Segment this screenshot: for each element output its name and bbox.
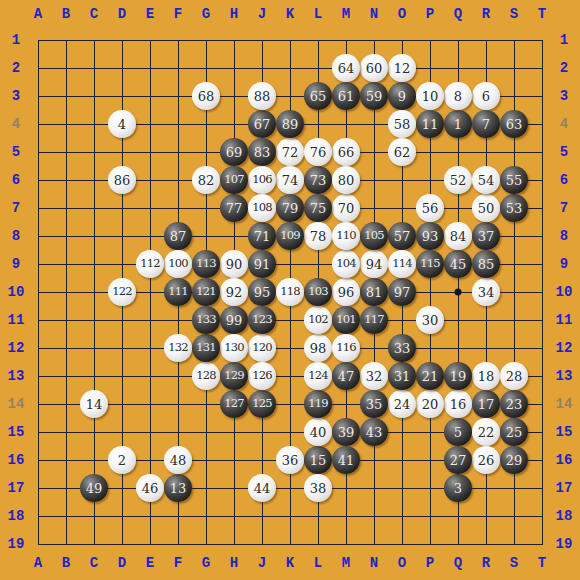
stone-N8[interactable]: 105 [360, 222, 388, 250]
stone-R15[interactable]: 22 [472, 418, 500, 446]
coord-col-F-top: F [174, 7, 182, 21]
stone-M9[interactable]: 104 [332, 250, 360, 278]
stone-number: 15 [310, 454, 327, 467]
stone-number: 64 [338, 62, 355, 75]
coord-row-12-left: 12 [8, 341, 25, 355]
stone-number: 11 [422, 118, 439, 131]
stone-J4[interactable]: 67 [248, 110, 276, 138]
stone-J7[interactable]: 108 [248, 194, 276, 222]
stone-H14[interactable]: 127 [220, 390, 248, 418]
stone-L3[interactable]: 65 [304, 82, 332, 110]
stone-number: 96 [338, 286, 355, 299]
stone-L14[interactable]: 119 [304, 390, 332, 418]
stone-M3[interactable]: 61 [332, 82, 360, 110]
stone-number: 88 [254, 90, 271, 103]
stone-Q8[interactable]: 84 [444, 222, 472, 250]
stone-number: 103 [308, 286, 328, 298]
stone-Q9[interactable]: 45 [444, 250, 472, 278]
coord-col-L-top: L [314, 7, 322, 21]
stone-H6[interactable]: 107 [220, 166, 248, 194]
stone-J13[interactable]: 126 [248, 362, 276, 390]
stone-number: 101 [336, 314, 356, 326]
stone-D4[interactable]: 4 [108, 110, 136, 138]
stone-number: 68 [198, 90, 215, 103]
stone-M15[interactable]: 39 [332, 418, 360, 446]
stone-number: 53 [506, 202, 523, 215]
stone-number: 76 [310, 146, 327, 159]
stone-number: 31 [394, 370, 411, 383]
coord-row-14-left: 14 [8, 397, 25, 411]
stone-number: 118 [280, 286, 300, 298]
stone-S4[interactable]: 63 [500, 110, 528, 138]
stone-number: 61 [338, 90, 355, 103]
coord-col-G-bottom: G [202, 556, 210, 570]
stone-number: 13 [170, 482, 187, 495]
stone-R9[interactable]: 85 [472, 250, 500, 278]
coord-col-P-top: P [426, 7, 434, 21]
stone-N3[interactable]: 59 [360, 82, 388, 110]
stone-number: 117 [364, 314, 384, 326]
stone-number: 63 [506, 118, 523, 131]
stone-number: 78 [310, 230, 327, 243]
stone-number: 66 [338, 146, 355, 159]
stone-number: 133 [196, 314, 216, 326]
stone-number: 86 [114, 174, 131, 187]
stone-number: 121 [196, 286, 216, 298]
stone-number: 111 [168, 286, 188, 298]
coord-row-17-left: 17 [8, 481, 25, 495]
stone-number: 90 [226, 258, 243, 271]
stone-J11[interactable]: 123 [248, 306, 276, 334]
stone-P7[interactable]: 56 [416, 194, 444, 222]
stone-P4[interactable]: 11 [416, 110, 444, 138]
stone-S7[interactable]: 53 [500, 194, 528, 222]
coord-col-B-top: B [62, 7, 70, 21]
coord-col-H-top: H [230, 7, 238, 21]
stone-number: 128 [196, 370, 216, 382]
stone-Q14[interactable]: 16 [444, 390, 472, 418]
stone-O8[interactable]: 57 [388, 222, 416, 250]
stone-number: 1 [454, 118, 462, 131]
stone-K7[interactable]: 79 [276, 194, 304, 222]
coord-row-8-left: 8 [12, 229, 20, 243]
coord-col-Q-top: Q [454, 7, 462, 21]
stone-H11[interactable]: 99 [220, 306, 248, 334]
stone-number: 21 [422, 370, 439, 383]
stone-E9[interactable]: 112 [136, 250, 164, 278]
coord-col-T-top: T [538, 7, 546, 21]
stone-number: 19 [450, 370, 467, 383]
stone-M5[interactable]: 66 [332, 138, 360, 166]
stone-M6[interactable]: 80 [332, 166, 360, 194]
stone-number: 16 [450, 398, 467, 411]
stone-number: 89 [282, 118, 299, 131]
stone-M11[interactable]: 101 [332, 306, 360, 334]
stone-E17[interactable]: 46 [136, 474, 164, 502]
stone-L17[interactable]: 38 [304, 474, 332, 502]
stone-N14[interactable]: 35 [360, 390, 388, 418]
coord-row-10-right: 10 [556, 285, 573, 299]
stone-number: 99 [226, 314, 243, 327]
stone-number: 41 [338, 454, 355, 467]
stone-number: 81 [366, 286, 383, 299]
stone-number: 44 [254, 482, 271, 495]
stone-number: 62 [394, 146, 411, 159]
stone-F17[interactable]: 13 [164, 474, 192, 502]
stone-R16[interactable]: 26 [472, 446, 500, 474]
stone-number: 132 [168, 342, 188, 354]
stone-F9[interactable]: 100 [164, 250, 192, 278]
stone-L11[interactable]: 102 [304, 306, 332, 334]
stone-number: 75 [310, 202, 327, 215]
stone-R14[interactable]: 17 [472, 390, 500, 418]
stone-number: 79 [282, 202, 299, 215]
stone-number: 120 [252, 342, 272, 354]
stone-number: 28 [506, 370, 523, 383]
stone-J12[interactable]: 120 [248, 334, 276, 362]
coord-col-H-bottom: H [230, 556, 238, 570]
stone-number: 123 [252, 314, 272, 326]
coord-col-A-bottom: A [34, 556, 42, 570]
stone-M2[interactable]: 64 [332, 54, 360, 82]
stone-Q13[interactable]: 19 [444, 362, 472, 390]
stone-number: 2 [118, 454, 126, 467]
stone-K8[interactable]: 109 [276, 222, 304, 250]
stone-J3[interactable]: 88 [248, 82, 276, 110]
stone-M10[interactable]: 96 [332, 278, 360, 306]
stone-D6[interactable]: 86 [108, 166, 136, 194]
stone-M8[interactable]: 110 [332, 222, 360, 250]
stone-R8[interactable]: 37 [472, 222, 500, 250]
stone-number: 77 [226, 202, 243, 215]
stone-L8[interactable]: 78 [304, 222, 332, 250]
coord-row-17-right: 17 [556, 481, 573, 495]
stone-number: 108 [252, 202, 272, 214]
coord-row-9-left: 9 [12, 257, 20, 271]
coord-row-1-right: 1 [560, 33, 568, 47]
stone-R7[interactable]: 50 [472, 194, 500, 222]
stone-number: 5 [454, 426, 462, 439]
coord-col-G-top: G [202, 7, 210, 21]
stone-number: 105 [364, 230, 384, 242]
stone-K10[interactable]: 118 [276, 278, 304, 306]
stone-number: 129 [224, 370, 244, 382]
stone-F12[interactable]: 132 [164, 334, 192, 362]
coord-row-6-right: 6 [560, 173, 568, 187]
stone-R10[interactable]: 34 [472, 278, 500, 306]
stone-S15[interactable]: 25 [500, 418, 528, 446]
coord-col-C-bottom: C [90, 556, 98, 570]
stone-G12[interactable]: 131 [192, 334, 220, 362]
stone-M7[interactable]: 70 [332, 194, 360, 222]
stone-number: 100 [168, 258, 188, 270]
stone-Q3[interactable]: 8 [444, 82, 472, 110]
stone-R3[interactable]: 6 [472, 82, 500, 110]
stone-number: 125 [252, 398, 272, 410]
coord-row-19-left: 19 [8, 537, 25, 551]
stone-Q6[interactable]: 52 [444, 166, 472, 194]
stone-S14[interactable]: 23 [500, 390, 528, 418]
stone-O2[interactable]: 12 [388, 54, 416, 82]
stone-number: 65 [310, 90, 327, 103]
stone-number: 74 [282, 174, 299, 187]
coord-col-F-bottom: F [174, 556, 182, 570]
stone-N9[interactable]: 94 [360, 250, 388, 278]
stone-O9[interactable]: 114 [388, 250, 416, 278]
stone-J9[interactable]: 91 [248, 250, 276, 278]
stone-G10[interactable]: 121 [192, 278, 220, 306]
coord-row-19-right: 19 [556, 537, 573, 551]
coord-row-15-right: 15 [556, 425, 573, 439]
stone-number: 43 [366, 426, 383, 439]
stone-H12[interactable]: 130 [220, 334, 248, 362]
stone-N11[interactable]: 117 [360, 306, 388, 334]
stone-number: 80 [338, 174, 355, 187]
coord-row-14-right: 14 [556, 397, 573, 411]
stone-K4[interactable]: 89 [276, 110, 304, 138]
stone-O5[interactable]: 62 [388, 138, 416, 166]
stone-number: 23 [506, 398, 523, 411]
coord-row-10-left: 10 [8, 285, 25, 299]
stone-O3[interactable]: 9 [388, 82, 416, 110]
stone-number: 94 [366, 258, 383, 271]
stone-number: 110 [336, 230, 356, 242]
stone-number: 8 [454, 90, 462, 103]
stone-number: 115 [420, 258, 440, 270]
stone-number: 109 [280, 230, 300, 242]
stone-J8[interactable]: 71 [248, 222, 276, 250]
stone-number: 102 [308, 314, 328, 326]
coord-col-L-bottom: L [314, 556, 322, 570]
stone-number: 6 [482, 90, 490, 103]
stone-P11[interactable]: 30 [416, 306, 444, 334]
stone-J5[interactable]: 83 [248, 138, 276, 166]
stone-number: 69 [226, 146, 243, 159]
stone-number: 34 [478, 286, 495, 299]
stone-number: 27 [450, 454, 467, 467]
coord-col-C-top: C [90, 7, 98, 21]
stone-N10[interactable]: 81 [360, 278, 388, 306]
stone-number: 131 [196, 342, 216, 354]
stone-F8[interactable]: 87 [164, 222, 192, 250]
stone-number: 22 [478, 426, 495, 439]
stone-number: 124 [308, 370, 328, 382]
stone-G6[interactable]: 82 [192, 166, 220, 194]
coord-row-16-right: 16 [556, 453, 573, 467]
stone-H5[interactable]: 69 [220, 138, 248, 166]
stone-number: 50 [478, 202, 495, 215]
stone-N13[interactable]: 32 [360, 362, 388, 390]
coord-col-D-bottom: D [118, 556, 126, 570]
coord-row-15-left: 15 [8, 425, 25, 439]
stone-number: 38 [310, 482, 327, 495]
stone-O14[interactable]: 24 [388, 390, 416, 418]
stone-D16[interactable]: 2 [108, 446, 136, 474]
stone-number: 98 [310, 342, 327, 355]
stone-number: 47 [338, 370, 355, 383]
stone-H7[interactable]: 77 [220, 194, 248, 222]
stone-P13[interactable]: 21 [416, 362, 444, 390]
stone-G11[interactable]: 133 [192, 306, 220, 334]
stone-L15[interactable]: 40 [304, 418, 332, 446]
stone-L5[interactable]: 76 [304, 138, 332, 166]
coord-row-7-left: 7 [12, 201, 20, 215]
coord-col-J-top: J [258, 7, 266, 21]
stone-L7[interactable]: 75 [304, 194, 332, 222]
coord-col-N-top: N [370, 7, 378, 21]
coord-col-A-top: A [34, 7, 42, 21]
stone-J17[interactable]: 44 [248, 474, 276, 502]
stone-M13[interactable]: 47 [332, 362, 360, 390]
stone-L16[interactable]: 15 [304, 446, 332, 474]
stone-H10[interactable]: 92 [220, 278, 248, 306]
coord-col-O-bottom: O [398, 556, 406, 570]
stone-number: 46 [142, 482, 159, 495]
stone-N2[interactable]: 60 [360, 54, 388, 82]
stone-J6[interactable]: 106 [248, 166, 276, 194]
coord-row-4-right: 4 [560, 117, 568, 131]
coord-row-7-right: 7 [560, 201, 568, 215]
stone-number: 113 [196, 258, 216, 270]
stone-number: 45 [450, 258, 467, 271]
stone-O13[interactable]: 31 [388, 362, 416, 390]
stone-number: 107 [224, 174, 244, 186]
stone-C17[interactable]: 49 [80, 474, 108, 502]
stone-K6[interactable]: 74 [276, 166, 304, 194]
stone-Q17[interactable]: 3 [444, 474, 472, 502]
stone-R6[interactable]: 54 [472, 166, 500, 194]
stone-number: 95 [254, 286, 271, 299]
stone-L12[interactable]: 98 [304, 334, 332, 362]
stone-J10[interactable]: 95 [248, 278, 276, 306]
stone-number: 9 [398, 90, 406, 103]
stone-Q4[interactable]: 1 [444, 110, 472, 138]
stone-number: 112 [140, 258, 160, 270]
coord-col-E-top: E [146, 7, 154, 21]
stone-D10[interactable]: 122 [108, 278, 136, 306]
stone-S16[interactable]: 29 [500, 446, 528, 474]
stone-number: 126 [252, 370, 272, 382]
stone-H13[interactable]: 129 [220, 362, 248, 390]
stone-number: 127 [224, 398, 244, 410]
stone-P3[interactable]: 10 [416, 82, 444, 110]
stone-G13[interactable]: 128 [192, 362, 220, 390]
stone-number: 49 [86, 482, 103, 495]
stone-K16[interactable]: 36 [276, 446, 304, 474]
stone-number: 4 [118, 118, 126, 131]
coord-row-5-right: 5 [560, 145, 568, 159]
stone-number: 70 [338, 202, 355, 215]
stone-H9[interactable]: 90 [220, 250, 248, 278]
stone-number: 116 [336, 342, 356, 354]
coord-row-13-left: 13 [8, 369, 25, 383]
stone-number: 87 [170, 230, 187, 243]
stone-O10[interactable]: 97 [388, 278, 416, 306]
stone-number: 32 [366, 370, 383, 383]
stone-number: 57 [394, 230, 411, 243]
stone-number: 84 [450, 230, 467, 243]
stone-P9[interactable]: 115 [416, 250, 444, 278]
stone-L13[interactable]: 124 [304, 362, 332, 390]
stone-number: 52 [450, 174, 467, 187]
stone-S13[interactable]: 28 [500, 362, 528, 390]
stone-number: 72 [282, 146, 299, 159]
stone-R13[interactable]: 18 [472, 362, 500, 390]
stone-Q16[interactable]: 27 [444, 446, 472, 474]
coord-row-12-right: 12 [556, 341, 573, 355]
stone-O4[interactable]: 58 [388, 110, 416, 138]
stone-number: 119 [308, 398, 328, 410]
coord-row-1-left: 1 [12, 33, 20, 47]
stone-S6[interactable]: 55 [500, 166, 528, 194]
coord-col-M-top: M [342, 7, 350, 21]
stone-L6[interactable]: 73 [304, 166, 332, 194]
stone-number: 10 [422, 90, 439, 103]
stone-number: 55 [506, 174, 523, 187]
stone-M12[interactable]: 116 [332, 334, 360, 362]
coord-col-E-bottom: E [146, 556, 154, 570]
stone-number: 36 [282, 454, 299, 467]
coord-row-2-left: 2 [12, 61, 20, 75]
stone-number: 104 [336, 258, 356, 270]
stone-P8[interactable]: 93 [416, 222, 444, 250]
coord-row-18-left: 18 [8, 509, 25, 523]
stone-J14[interactable]: 125 [248, 390, 276, 418]
stone-number: 106 [252, 174, 272, 186]
coord-row-4-left: 4 [12, 117, 20, 131]
stone-F16[interactable]: 48 [164, 446, 192, 474]
stone-K5[interactable]: 72 [276, 138, 304, 166]
stone-number: 3 [454, 482, 462, 495]
stone-number: 91 [254, 258, 271, 271]
stone-Q15[interactable]: 5 [444, 418, 472, 446]
star-point-Q10 [455, 289, 462, 296]
coord-col-T-bottom: T [538, 556, 546, 570]
stone-G3[interactable]: 68 [192, 82, 220, 110]
coord-col-R-top: R [482, 7, 490, 21]
stone-number: 114 [392, 258, 412, 270]
stone-F10[interactable]: 111 [164, 278, 192, 306]
stone-number: 58 [394, 118, 411, 131]
stone-number: 14 [86, 398, 103, 411]
stone-M16[interactable]: 41 [332, 446, 360, 474]
coord-col-N-bottom: N [370, 556, 378, 570]
stone-O12[interactable]: 33 [388, 334, 416, 362]
stone-L10[interactable]: 103 [304, 278, 332, 306]
stone-number: 33 [394, 342, 411, 355]
stone-R4[interactable]: 7 [472, 110, 500, 138]
coord-row-11-right: 11 [556, 313, 573, 327]
coord-col-M-bottom: M [342, 556, 350, 570]
stone-C14[interactable]: 14 [80, 390, 108, 418]
coord-row-11-left: 11 [8, 313, 25, 327]
stone-number: 26 [478, 454, 495, 467]
stone-number: 93 [422, 230, 439, 243]
stone-number: 60 [366, 62, 383, 75]
stone-number: 7 [482, 118, 490, 131]
stone-P14[interactable]: 20 [416, 390, 444, 418]
stone-number: 35 [366, 398, 383, 411]
stone-N15[interactable]: 43 [360, 418, 388, 446]
coord-row-5-left: 5 [12, 145, 20, 159]
stone-number: 56 [422, 202, 439, 215]
stone-number: 25 [506, 426, 523, 439]
stone-number: 37 [478, 230, 495, 243]
stone-number: 83 [254, 146, 271, 159]
stone-number: 24 [394, 398, 411, 411]
stone-G9[interactable]: 113 [192, 250, 220, 278]
stone-number: 39 [338, 426, 355, 439]
